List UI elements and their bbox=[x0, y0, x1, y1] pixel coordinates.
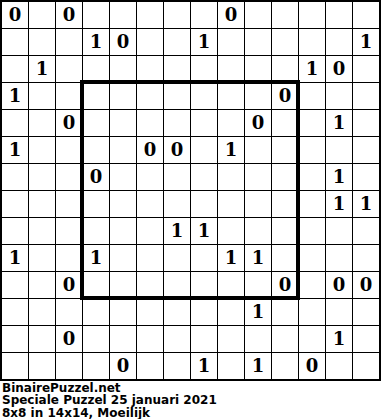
cell-r8c6: 1 bbox=[164, 218, 190, 244]
cell-r5c13[interactable] bbox=[353, 137, 379, 163]
cell-r5c3[interactable] bbox=[83, 137, 109, 163]
cell-r13c7: 1 bbox=[191, 353, 217, 379]
cell-r6c3: 0 bbox=[83, 164, 109, 190]
cell-r10c7[interactable] bbox=[191, 272, 217, 298]
cell-r10c10: 0 bbox=[272, 272, 298, 298]
cell-r9c2[interactable] bbox=[56, 245, 82, 271]
cell-r1c6[interactable] bbox=[164, 29, 190, 55]
cell-r5c12[interactable] bbox=[326, 137, 352, 163]
cell-r1c12[interactable] bbox=[326, 29, 352, 55]
cell-r4c6[interactable] bbox=[164, 110, 190, 136]
cell-r2c4[interactable] bbox=[110, 56, 136, 82]
cell-r3c10: 0 bbox=[272, 83, 298, 109]
cell-r3c13[interactable] bbox=[353, 83, 379, 109]
cell-r5c8: 1 bbox=[218, 137, 244, 163]
cell-r9c5[interactable] bbox=[137, 245, 163, 271]
cell-r11c11[interactable] bbox=[299, 299, 325, 325]
cell-r10c8[interactable] bbox=[218, 272, 244, 298]
cell-r12c10[interactable] bbox=[272, 326, 298, 352]
cell-r4c9: 0 bbox=[245, 110, 271, 136]
cell-r3c5[interactable] bbox=[137, 83, 163, 109]
cell-r1c3: 1 bbox=[83, 29, 109, 55]
footer: BinairePuzzel.net Speciale Puzzel 25 jan… bbox=[0, 381, 381, 419]
cell-r10c6[interactable] bbox=[164, 272, 190, 298]
cell-r3c3[interactable] bbox=[83, 83, 109, 109]
cell-r7c8[interactable] bbox=[218, 191, 244, 217]
cell-r2c9[interactable] bbox=[245, 56, 271, 82]
cell-r5c6: 0 bbox=[164, 137, 190, 163]
cell-r13c4: 0 bbox=[110, 353, 136, 379]
cell-r9c12[interactable] bbox=[326, 245, 352, 271]
cell-r12c13[interactable] bbox=[353, 326, 379, 352]
cell-r13c12[interactable] bbox=[326, 353, 352, 379]
cell-r1c0[interactable] bbox=[2, 29, 28, 55]
cell-r7c10[interactable] bbox=[272, 191, 298, 217]
cell-r8c9[interactable] bbox=[245, 218, 271, 244]
cell-r4c12: 1 bbox=[326, 110, 352, 136]
cell-r6c12: 1 bbox=[326, 164, 352, 190]
cell-r2c0[interactable] bbox=[2, 56, 28, 82]
cell-r13c9: 1 bbox=[245, 353, 271, 379]
cell-r8c3[interactable] bbox=[83, 218, 109, 244]
cell-r7c11[interactable] bbox=[299, 191, 325, 217]
cell-r11c4[interactable] bbox=[110, 299, 136, 325]
cell-r9c6[interactable] bbox=[164, 245, 190, 271]
cell-r9c11[interactable] bbox=[299, 245, 325, 271]
cell-r2c12: 0 bbox=[326, 56, 352, 82]
cell-r13c10[interactable] bbox=[272, 353, 298, 379]
cell-r1c7: 1 bbox=[191, 29, 217, 55]
cell-r2c2[interactable] bbox=[56, 56, 82, 82]
cell-r0c8: 0 bbox=[218, 2, 244, 28]
cell-r1c8[interactable] bbox=[218, 29, 244, 55]
cell-r8c4[interactable] bbox=[110, 218, 136, 244]
cell-r10c13: 0 bbox=[353, 272, 379, 298]
cell-r11c3[interactable] bbox=[83, 299, 109, 325]
cell-r11c2[interactable] bbox=[56, 299, 82, 325]
cell-r1c10[interactable] bbox=[272, 29, 298, 55]
cell-r8c5[interactable] bbox=[137, 218, 163, 244]
cell-r0c2: 0 bbox=[56, 2, 82, 28]
cell-r3c2[interactable] bbox=[56, 83, 82, 109]
cell-r7c3[interactable] bbox=[83, 191, 109, 217]
cell-r4c2: 0 bbox=[56, 110, 82, 136]
cell-r9c8: 1 bbox=[218, 245, 244, 271]
cell-r12c9[interactable] bbox=[245, 326, 271, 352]
cell-r4c8[interactable] bbox=[218, 110, 244, 136]
cell-r8c13[interactable] bbox=[353, 218, 379, 244]
cell-r5c4[interactable] bbox=[110, 137, 136, 163]
cell-r9c10[interactable] bbox=[272, 245, 298, 271]
puzzle-board-area: 0001011110100011001011111111100001010110 bbox=[0, 0, 381, 381]
cell-r4c1[interactable] bbox=[29, 110, 55, 136]
cell-r13c6[interactable] bbox=[164, 353, 190, 379]
cell-r2c13[interactable] bbox=[353, 56, 379, 82]
cell-r5c10[interactable] bbox=[272, 137, 298, 163]
cell-r0c9[interactable] bbox=[245, 2, 271, 28]
footer-puzzle-info: 8x8 in 14x14, Moeilijk bbox=[2, 407, 381, 419]
cell-r2c10[interactable] bbox=[272, 56, 298, 82]
cell-r8c1[interactable] bbox=[29, 218, 55, 244]
cell-r12c2: 0 bbox=[56, 326, 82, 352]
cell-r6c9[interactable] bbox=[245, 164, 271, 190]
cell-r12c4[interactable] bbox=[110, 326, 136, 352]
cell-r7c5[interactable] bbox=[137, 191, 163, 217]
cell-r11c12[interactable] bbox=[326, 299, 352, 325]
cell-r10c12: 0 bbox=[326, 272, 352, 298]
cell-r8c2[interactable] bbox=[56, 218, 82, 244]
cell-r11c0[interactable] bbox=[2, 299, 28, 325]
cell-r4c11[interactable] bbox=[299, 110, 325, 136]
cell-r6c13[interactable] bbox=[353, 164, 379, 190]
cell-r0c7[interactable] bbox=[191, 2, 217, 28]
cell-r11c1[interactable] bbox=[29, 299, 55, 325]
cell-r10c2: 0 bbox=[56, 272, 82, 298]
cell-r1c13: 1 bbox=[353, 29, 379, 55]
cell-r2c7[interactable] bbox=[191, 56, 217, 82]
cell-r8c12[interactable] bbox=[326, 218, 352, 244]
cell-r10c1[interactable] bbox=[29, 272, 55, 298]
cell-r11c8[interactable] bbox=[218, 299, 244, 325]
cell-r3c12[interactable] bbox=[326, 83, 352, 109]
cell-r3c11[interactable] bbox=[299, 83, 325, 109]
cell-r9c3: 1 bbox=[83, 245, 109, 271]
cell-r0c13[interactable] bbox=[353, 2, 379, 28]
cell-r6c8[interactable] bbox=[218, 164, 244, 190]
cell-r5c1[interactable] bbox=[29, 137, 55, 163]
cell-r8c11[interactable] bbox=[299, 218, 325, 244]
cell-r0c6[interactable] bbox=[164, 2, 190, 28]
cell-r9c1[interactable] bbox=[29, 245, 55, 271]
cell-r3c7[interactable] bbox=[191, 83, 217, 109]
cell-r11c10[interactable] bbox=[272, 299, 298, 325]
cell-r3c6[interactable] bbox=[164, 83, 190, 109]
cell-r12c7[interactable] bbox=[191, 326, 217, 352]
cell-r7c7[interactable] bbox=[191, 191, 217, 217]
cell-r0c0: 0 bbox=[2, 2, 28, 28]
cell-r8c10[interactable] bbox=[272, 218, 298, 244]
cell-r3c1[interactable] bbox=[29, 83, 55, 109]
cell-r7c2[interactable] bbox=[56, 191, 82, 217]
cell-r10c11[interactable] bbox=[299, 272, 325, 298]
cell-r0c10[interactable] bbox=[272, 2, 298, 28]
cell-r12c3[interactable] bbox=[83, 326, 109, 352]
footer-puzzle-title: Speciale Puzzel 25 januari 2021 bbox=[2, 394, 381, 406]
cell-r4c13[interactable] bbox=[353, 110, 379, 136]
cell-r12c12: 1 bbox=[326, 326, 352, 352]
cell-r4c7[interactable] bbox=[191, 110, 217, 136]
cell-r0c3[interactable] bbox=[83, 2, 109, 28]
cell-r6c4[interactable] bbox=[110, 164, 136, 190]
cell-r2c6[interactable] bbox=[164, 56, 190, 82]
cell-r9c7[interactable] bbox=[191, 245, 217, 271]
cell-r10c9[interactable] bbox=[245, 272, 271, 298]
cell-r5c11[interactable] bbox=[299, 137, 325, 163]
cell-r0c4[interactable] bbox=[110, 2, 136, 28]
cell-r12c11[interactable] bbox=[299, 326, 325, 352]
cell-r13c13[interactable] bbox=[353, 353, 379, 379]
cell-r1c11[interactable] bbox=[299, 29, 325, 55]
cell-r9c13[interactable] bbox=[353, 245, 379, 271]
cell-r2c3[interactable] bbox=[83, 56, 109, 82]
cell-r6c7[interactable] bbox=[191, 164, 217, 190]
cell-r13c8[interactable] bbox=[218, 353, 244, 379]
cell-r11c7[interactable] bbox=[191, 299, 217, 325]
cell-r12c8[interactable] bbox=[218, 326, 244, 352]
cell-r7c6[interactable] bbox=[164, 191, 190, 217]
cell-r13c5[interactable] bbox=[137, 353, 163, 379]
cell-r0c5[interactable] bbox=[137, 2, 163, 28]
cell-r6c6[interactable] bbox=[164, 164, 190, 190]
cell-r13c1[interactable] bbox=[29, 353, 55, 379]
cell-r7c0[interactable] bbox=[2, 191, 28, 217]
cell-r12c6[interactable] bbox=[164, 326, 190, 352]
cell-r1c5[interactable] bbox=[137, 29, 163, 55]
cell-r3c0: 1 bbox=[2, 83, 28, 109]
cell-r3c9[interactable] bbox=[245, 83, 271, 109]
cell-r1c2[interactable] bbox=[56, 29, 82, 55]
cell-r10c3[interactable] bbox=[83, 272, 109, 298]
cell-r5c5: 0 bbox=[137, 137, 163, 163]
cell-r1c9[interactable] bbox=[245, 29, 271, 55]
cell-r13c3[interactable] bbox=[83, 353, 109, 379]
cell-r7c13: 1 bbox=[353, 191, 379, 217]
cell-r4c5[interactable] bbox=[137, 110, 163, 136]
cell-r11c13[interactable] bbox=[353, 299, 379, 325]
cell-r6c1[interactable] bbox=[29, 164, 55, 190]
cell-r0c11[interactable] bbox=[299, 2, 325, 28]
cell-r8c8[interactable] bbox=[218, 218, 244, 244]
cell-r5c2[interactable] bbox=[56, 137, 82, 163]
cell-r2c11: 1 bbox=[299, 56, 325, 82]
cell-r9c9: 1 bbox=[245, 245, 271, 271]
cell-r3c8[interactable] bbox=[218, 83, 244, 109]
cell-r7c1[interactable] bbox=[29, 191, 55, 217]
cell-r2c1: 1 bbox=[29, 56, 55, 82]
cell-r7c12: 1 bbox=[326, 191, 352, 217]
puzzle-board: 0001011110100011001011111111100001010110 bbox=[0, 0, 381, 381]
cell-r0c12[interactable] bbox=[326, 2, 352, 28]
cell-r11c6[interactable] bbox=[164, 299, 190, 325]
cell-r7c9[interactable] bbox=[245, 191, 271, 217]
cell-r7c4[interactable] bbox=[110, 191, 136, 217]
cell-r4c10[interactable] bbox=[272, 110, 298, 136]
cell-r6c5[interactable] bbox=[137, 164, 163, 190]
cell-r10c4[interactable] bbox=[110, 272, 136, 298]
cell-r8c0[interactable] bbox=[2, 218, 28, 244]
cell-r13c11: 0 bbox=[299, 353, 325, 379]
cell-r12c0[interactable] bbox=[2, 326, 28, 352]
cell-r5c9[interactable] bbox=[245, 137, 271, 163]
cell-r6c11[interactable] bbox=[299, 164, 325, 190]
cell-r9c0: 1 bbox=[2, 245, 28, 271]
cell-r1c4: 0 bbox=[110, 29, 136, 55]
cell-r4c0[interactable] bbox=[2, 110, 28, 136]
cell-r0c1[interactable] bbox=[29, 2, 55, 28]
cell-r3c4[interactable] bbox=[110, 83, 136, 109]
cell-r4c4[interactable] bbox=[110, 110, 136, 136]
cell-r13c0[interactable] bbox=[2, 353, 28, 379]
cell-r9c4[interactable] bbox=[110, 245, 136, 271]
cell-r5c0: 1 bbox=[2, 137, 28, 163]
cell-r10c5[interactable] bbox=[137, 272, 163, 298]
cell-r5c7[interactable] bbox=[191, 137, 217, 163]
cell-r12c1[interactable] bbox=[29, 326, 55, 352]
cell-r10c0[interactable] bbox=[2, 272, 28, 298]
cell-r11c5[interactable] bbox=[137, 299, 163, 325]
cell-r8c7: 1 bbox=[191, 218, 217, 244]
cell-r11c9: 1 bbox=[245, 299, 271, 325]
cell-r2c5[interactable] bbox=[137, 56, 163, 82]
cell-r6c10[interactable] bbox=[272, 164, 298, 190]
cell-r6c0[interactable] bbox=[2, 164, 28, 190]
cell-r2c8[interactable] bbox=[218, 56, 244, 82]
cell-r12c5[interactable] bbox=[137, 326, 163, 352]
cell-r1c1[interactable] bbox=[29, 29, 55, 55]
cell-r13c2[interactable] bbox=[56, 353, 82, 379]
cell-r6c2[interactable] bbox=[56, 164, 82, 190]
cell-r4c3[interactable] bbox=[83, 110, 109, 136]
